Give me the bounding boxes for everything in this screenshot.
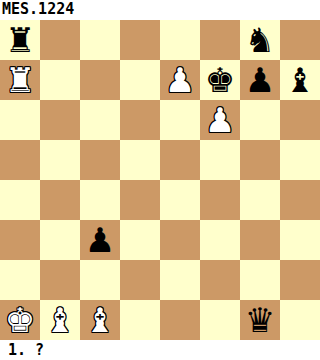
square-g3[interactable] bbox=[240, 220, 280, 260]
square-c6[interactable] bbox=[80, 100, 120, 140]
square-b2[interactable] bbox=[40, 260, 80, 300]
square-a1[interactable]: ♚ bbox=[0, 300, 40, 340]
square-c7[interactable] bbox=[80, 60, 120, 100]
square-e6[interactable] bbox=[160, 100, 200, 140]
piece-white-rook: ♜ bbox=[5, 60, 35, 100]
piece-black-king: ♚ bbox=[205, 60, 235, 100]
square-d7[interactable] bbox=[120, 60, 160, 100]
square-f6[interactable]: ♟ bbox=[200, 100, 240, 140]
square-d8[interactable] bbox=[120, 20, 160, 60]
square-b8[interactable] bbox=[40, 20, 80, 60]
piece-black-pawn: ♟ bbox=[85, 220, 115, 260]
square-f5[interactable] bbox=[200, 140, 240, 180]
square-h2[interactable] bbox=[280, 260, 320, 300]
piece-black-knight: ♞ bbox=[245, 20, 275, 60]
square-h8[interactable] bbox=[280, 20, 320, 60]
square-g5[interactable] bbox=[240, 140, 280, 180]
square-f8[interactable] bbox=[200, 20, 240, 60]
move-prompt: 1. ? bbox=[0, 340, 320, 360]
square-b3[interactable] bbox=[40, 220, 80, 260]
piece-white-pawn: ♟ bbox=[205, 100, 235, 140]
square-g6[interactable] bbox=[240, 100, 280, 140]
square-c3[interactable]: ♟ bbox=[80, 220, 120, 260]
square-f2[interactable] bbox=[200, 260, 240, 300]
square-a8[interactable]: ♜ bbox=[0, 20, 40, 60]
square-d2[interactable] bbox=[120, 260, 160, 300]
square-f1[interactable] bbox=[200, 300, 240, 340]
piece-white-king: ♚ bbox=[5, 300, 35, 340]
square-d5[interactable] bbox=[120, 140, 160, 180]
square-b5[interactable] bbox=[40, 140, 80, 180]
square-e4[interactable] bbox=[160, 180, 200, 220]
square-f4[interactable] bbox=[200, 180, 240, 220]
square-a6[interactable] bbox=[0, 100, 40, 140]
piece-white-bishop: ♝ bbox=[85, 300, 115, 340]
square-a3[interactable] bbox=[0, 220, 40, 260]
square-a7[interactable]: ♜ bbox=[0, 60, 40, 100]
square-g7[interactable]: ♟ bbox=[240, 60, 280, 100]
square-f7[interactable]: ♚ bbox=[200, 60, 240, 100]
square-g4[interactable] bbox=[240, 180, 280, 220]
piece-black-rook: ♜ bbox=[5, 20, 35, 60]
piece-white-pawn: ♟ bbox=[165, 60, 195, 100]
square-d6[interactable] bbox=[120, 100, 160, 140]
piece-black-bishop: ♝ bbox=[285, 60, 315, 100]
square-c2[interactable] bbox=[80, 260, 120, 300]
square-h1[interactable] bbox=[280, 300, 320, 340]
square-f3[interactable] bbox=[200, 220, 240, 260]
square-c8[interactable] bbox=[80, 20, 120, 60]
square-h4[interactable] bbox=[280, 180, 320, 220]
square-d1[interactable] bbox=[120, 300, 160, 340]
square-e7[interactable]: ♟ bbox=[160, 60, 200, 100]
square-b7[interactable] bbox=[40, 60, 80, 100]
square-e5[interactable] bbox=[160, 140, 200, 180]
square-d3[interactable] bbox=[120, 220, 160, 260]
square-g2[interactable] bbox=[240, 260, 280, 300]
square-b6[interactable] bbox=[40, 100, 80, 140]
square-c1[interactable]: ♝ bbox=[80, 300, 120, 340]
square-e3[interactable] bbox=[160, 220, 200, 260]
square-e1[interactable] bbox=[160, 300, 200, 340]
square-c5[interactable] bbox=[80, 140, 120, 180]
square-h7[interactable]: ♝ bbox=[280, 60, 320, 100]
square-a5[interactable] bbox=[0, 140, 40, 180]
piece-white-bishop: ♝ bbox=[45, 300, 75, 340]
piece-black-pawn: ♟ bbox=[245, 60, 275, 100]
square-b1[interactable]: ♝ bbox=[40, 300, 80, 340]
square-e2[interactable] bbox=[160, 260, 200, 300]
square-c4[interactable] bbox=[80, 180, 120, 220]
square-d4[interactable] bbox=[120, 180, 160, 220]
chess-board: ♜♞♜♟♚♟♝♟♟♚♝♝♛ bbox=[0, 20, 320, 340]
piece-black-queen: ♛ bbox=[245, 300, 275, 340]
square-h3[interactable] bbox=[280, 220, 320, 260]
square-g1[interactable]: ♛ bbox=[240, 300, 280, 340]
square-e8[interactable] bbox=[160, 20, 200, 60]
square-b4[interactable] bbox=[40, 180, 80, 220]
square-h5[interactable] bbox=[280, 140, 320, 180]
square-h6[interactable] bbox=[280, 100, 320, 140]
square-a2[interactable] bbox=[0, 260, 40, 300]
puzzle-title: MES.1224 bbox=[0, 0, 320, 20]
square-a4[interactable] bbox=[0, 180, 40, 220]
square-g8[interactable]: ♞ bbox=[240, 20, 280, 60]
